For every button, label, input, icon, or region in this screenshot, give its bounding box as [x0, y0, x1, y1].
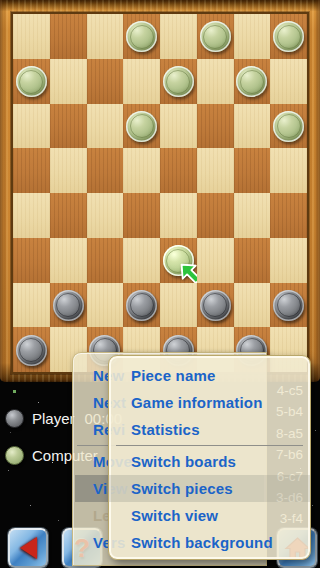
- square-f6[interactable]: [197, 104, 234, 149]
- square-g5[interactable]: [234, 148, 271, 193]
- computer-piece-icon: [5, 446, 24, 465]
- square-d7[interactable]: [123, 59, 160, 104]
- back-button[interactable]: [8, 528, 48, 568]
- square-d2[interactable]: [123, 283, 160, 328]
- player-piece-icon: [5, 409, 24, 428]
- green-piece[interactable]: [126, 21, 157, 52]
- gray-piece[interactable]: [16, 335, 47, 366]
- square-h8[interactable]: [270, 14, 307, 59]
- square-e8[interactable]: [160, 14, 197, 59]
- menu-item-label: Piece name: [131, 367, 216, 384]
- view-submenu: Piece nameGame informationStatisticsSwit…: [108, 355, 311, 560]
- square-b5[interactable]: [50, 148, 87, 193]
- square-h2[interactable]: [270, 283, 307, 328]
- square-d8[interactable]: [123, 14, 160, 59]
- square-b2[interactable]: [50, 283, 87, 328]
- square-a2[interactable]: [13, 283, 50, 328]
- gray-piece[interactable]: [53, 290, 84, 321]
- square-b7[interactable]: [50, 59, 87, 104]
- square-c8[interactable]: [87, 14, 124, 59]
- square-b3[interactable]: [50, 238, 87, 283]
- gray-piece[interactable]: [273, 290, 304, 321]
- square-g6[interactable]: [234, 104, 271, 149]
- green-piece[interactable]: [163, 66, 194, 97]
- square-g4[interactable]: [234, 193, 271, 238]
- square-a8[interactable]: [13, 14, 50, 59]
- menu-item-label: Game information: [131, 394, 263, 411]
- menu-item-piece-name[interactable]: Piece name: [109, 362, 310, 389]
- menu-item-label: Statistics: [131, 421, 200, 438]
- menu-item-label: Switch view: [131, 507, 218, 524]
- square-c7[interactable]: [87, 59, 124, 104]
- square-a5[interactable]: [13, 148, 50, 193]
- player-label: Player: [32, 410, 75, 427]
- square-c5[interactable]: [87, 148, 124, 193]
- square-a6[interactable]: [13, 104, 50, 149]
- square-d5[interactable]: [123, 148, 160, 193]
- menu-item-switch-background[interactable]: Switch background: [109, 529, 310, 556]
- square-e4[interactable]: [160, 193, 197, 238]
- square-f7[interactable]: [197, 59, 234, 104]
- green-piece[interactable]: [236, 66, 267, 97]
- board-grid: [13, 14, 307, 372]
- menu-item-label: Switch background: [131, 534, 273, 551]
- gray-piece[interactable]: [126, 290, 157, 321]
- square-g8[interactable]: [234, 14, 271, 59]
- menu-item-switch-boards[interactable]: Switch boards: [109, 448, 310, 475]
- square-d3[interactable]: [123, 238, 160, 283]
- square-f5[interactable]: [197, 148, 234, 193]
- square-c2[interactable]: [87, 283, 124, 328]
- square-b4[interactable]: [50, 193, 87, 238]
- menu-item-switch-view[interactable]: Switch view: [109, 502, 310, 529]
- square-a4[interactable]: [13, 193, 50, 238]
- square-e2[interactable]: [160, 283, 197, 328]
- green-piece[interactable]: [163, 245, 194, 276]
- square-a3[interactable]: [13, 238, 50, 283]
- square-h7[interactable]: [270, 59, 307, 104]
- square-c6[interactable]: [87, 104, 124, 149]
- square-d6[interactable]: [123, 104, 160, 149]
- square-g3[interactable]: [234, 238, 271, 283]
- square-f4[interactable]: [197, 193, 234, 238]
- menu-item-label: Switch boards: [131, 453, 236, 470]
- square-h5[interactable]: [270, 148, 307, 193]
- square-e3[interactable]: [160, 238, 197, 283]
- menu-item-statistics[interactable]: Statistics: [109, 416, 310, 443]
- gray-piece[interactable]: [200, 290, 231, 321]
- square-d4[interactable]: [123, 193, 160, 238]
- app-screen: Player 00:00 Computer 4-c55-b48-a57-b66-…: [0, 0, 320, 568]
- square-h6[interactable]: [270, 104, 307, 149]
- square-b6[interactable]: [50, 104, 87, 149]
- square-h3[interactable]: [270, 238, 307, 283]
- menu-item-switch-pieces[interactable]: Switch pieces: [109, 475, 310, 502]
- square-h4[interactable]: [270, 193, 307, 238]
- square-e7[interactable]: [160, 59, 197, 104]
- square-f2[interactable]: [197, 283, 234, 328]
- square-e6[interactable]: [160, 104, 197, 149]
- green-piece[interactable]: [16, 66, 47, 97]
- square-g2[interactable]: [234, 283, 271, 328]
- green-piece[interactable]: [126, 111, 157, 142]
- square-a7[interactable]: [13, 59, 50, 104]
- green-piece[interactable]: [273, 21, 304, 52]
- menu-item-label: Switch pieces: [131, 480, 233, 497]
- menu-item-game-information[interactable]: Game information: [109, 389, 310, 416]
- green-piece[interactable]: [200, 21, 231, 52]
- square-c4[interactable]: [87, 193, 124, 238]
- square-e5[interactable]: [160, 148, 197, 193]
- menu-divider: [116, 445, 303, 446]
- square-c3[interactable]: [87, 238, 124, 283]
- square-f8[interactable]: [197, 14, 234, 59]
- red-left-triangle-icon: [20, 537, 37, 559]
- square-f3[interactable]: [197, 238, 234, 283]
- checkers-board: [0, 0, 320, 382]
- square-g7[interactable]: [234, 59, 271, 104]
- square-a1[interactable]: [13, 327, 50, 372]
- square-b8[interactable]: [50, 14, 87, 59]
- green-piece[interactable]: [273, 111, 304, 142]
